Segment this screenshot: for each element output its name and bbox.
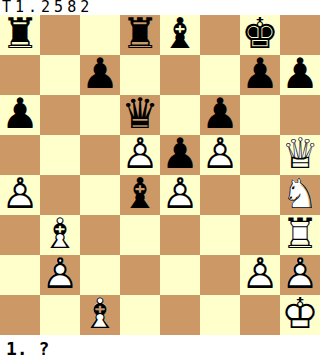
square-a1[interactable]	[0, 295, 40, 335]
square-e2[interactable]	[160, 255, 200, 295]
square-h7[interactable]: ♟	[280, 55, 320, 95]
square-e7[interactable]	[160, 55, 200, 95]
black-pawn: ♟	[80, 54, 120, 94]
black-rook: ♜	[120, 14, 160, 54]
white-pawn: ♙	[160, 174, 200, 214]
white-bishop: ♗	[40, 214, 80, 254]
black-pawn: ♟	[160, 134, 200, 174]
white-pawn: ♙	[120, 134, 160, 174]
black-king: ♚	[240, 14, 280, 54]
square-f8[interactable]	[200, 15, 240, 55]
square-f5[interactable]: ♙	[200, 135, 240, 175]
white-pawn: ♙	[280, 254, 320, 294]
square-d2[interactable]	[120, 255, 160, 295]
square-f3[interactable]	[200, 215, 240, 255]
white-rook: ♖	[280, 214, 320, 254]
square-b8[interactable]	[40, 15, 80, 55]
square-a3[interactable]	[0, 215, 40, 255]
move-prompt: 1. ?	[0, 335, 320, 360]
square-a4[interactable]: ♙	[0, 175, 40, 215]
square-e3[interactable]	[160, 215, 200, 255]
square-b1[interactable]	[40, 295, 80, 335]
black-pawn: ♟	[240, 54, 280, 94]
square-c1[interactable]: ♗	[80, 295, 120, 335]
square-a6[interactable]: ♟	[0, 95, 40, 135]
white-pawn: ♙	[40, 254, 80, 294]
square-d3[interactable]	[120, 215, 160, 255]
square-d4[interactable]: ♝	[120, 175, 160, 215]
black-pawn: ♟	[280, 54, 320, 94]
square-b2[interactable]: ♙	[40, 255, 80, 295]
square-f2[interactable]	[200, 255, 240, 295]
square-e1[interactable]	[160, 295, 200, 335]
white-queen: ♕	[280, 134, 320, 174]
square-c6[interactable]	[80, 95, 120, 135]
square-g6[interactable]	[240, 95, 280, 135]
black-queen: ♛	[120, 94, 160, 134]
square-c4[interactable]	[80, 175, 120, 215]
square-c3[interactable]	[80, 215, 120, 255]
square-g4[interactable]	[240, 175, 280, 215]
square-e4[interactable]: ♙	[160, 175, 200, 215]
square-f4[interactable]	[200, 175, 240, 215]
square-a8[interactable]: ♜	[0, 15, 40, 55]
white-knight: ♘	[280, 174, 320, 214]
white-pawn: ♙	[0, 174, 40, 214]
square-f1[interactable]	[200, 295, 240, 335]
white-pawn: ♙	[200, 134, 240, 174]
chess-board: ♜♜♝♚♟♟♟♟♛♟♙♟♙♕♙♝♙♘♗♖♙♙♙♗♔	[0, 15, 320, 335]
black-pawn: ♟	[0, 94, 40, 134]
black-bishop: ♝	[120, 174, 160, 214]
square-c5[interactable]	[80, 135, 120, 175]
white-bishop: ♗	[80, 294, 120, 334]
black-pawn: ♟	[200, 94, 240, 134]
square-g7[interactable]: ♟	[240, 55, 280, 95]
square-e8[interactable]: ♝	[160, 15, 200, 55]
square-g5[interactable]	[240, 135, 280, 175]
white-pawn: ♙	[240, 254, 280, 294]
square-g2[interactable]: ♙	[240, 255, 280, 295]
square-g1[interactable]	[240, 295, 280, 335]
square-d8[interactable]: ♜	[120, 15, 160, 55]
square-a2[interactable]	[0, 255, 40, 295]
black-bishop: ♝	[160, 14, 200, 54]
square-b5[interactable]	[40, 135, 80, 175]
white-king: ♔	[280, 294, 320, 334]
square-b6[interactable]	[40, 95, 80, 135]
square-b7[interactable]	[40, 55, 80, 95]
square-d1[interactable]	[120, 295, 160, 335]
square-h1[interactable]: ♔	[280, 295, 320, 335]
square-c7[interactable]: ♟	[80, 55, 120, 95]
black-rook: ♜	[0, 14, 40, 54]
